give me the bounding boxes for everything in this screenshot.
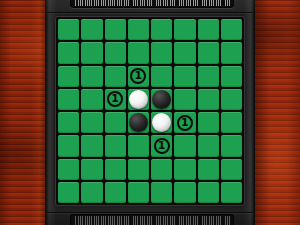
- cell-d6[interactable]: [128, 135, 149, 156]
- cell-f5[interactable]: 1: [174, 112, 195, 133]
- cell-h6[interactable]: [221, 135, 242, 156]
- cell-e6[interactable]: 1: [151, 135, 172, 156]
- cell-b7[interactable]: [81, 159, 102, 180]
- cell-b8[interactable]: [81, 182, 102, 203]
- cell-h5[interactable]: [221, 112, 242, 133]
- cell-c2[interactable]: [105, 42, 126, 63]
- wood-panel-left: [0, 0, 50, 225]
- cell-e7[interactable]: [151, 159, 172, 180]
- cell-d7[interactable]: [128, 159, 149, 180]
- cell-a3[interactable]: [58, 66, 79, 87]
- white-disc-d4: [129, 90, 148, 109]
- black-disc-e4: [152, 90, 171, 109]
- cell-c1[interactable]: [105, 19, 126, 40]
- cell-g6[interactable]: [198, 135, 219, 156]
- cell-g3[interactable]: [198, 66, 219, 87]
- cell-g7[interactable]: [198, 159, 219, 180]
- cell-a1[interactable]: [58, 19, 79, 40]
- cell-d3[interactable]: 1: [128, 66, 149, 87]
- cell-h3[interactable]: [221, 66, 242, 87]
- cell-h4[interactable]: [221, 89, 242, 110]
- board: 1111: [56, 17, 244, 205]
- cell-e3[interactable]: [151, 66, 172, 87]
- cell-c8[interactable]: [105, 182, 126, 203]
- cell-a7[interactable]: [58, 159, 79, 180]
- white-disc-e5: [152, 113, 171, 132]
- cell-c5[interactable]: [105, 112, 126, 133]
- cell-f7[interactable]: [174, 159, 195, 180]
- cell-a2[interactable]: [58, 42, 79, 63]
- cell-e2[interactable]: [151, 42, 172, 63]
- disc-tray-top: [70, 0, 234, 8]
- frame-seam-top: [47, 12, 253, 13]
- cell-h1[interactable]: [221, 19, 242, 40]
- cell-a6[interactable]: [58, 135, 79, 156]
- cell-d2[interactable]: [128, 42, 149, 63]
- cell-a8[interactable]: [58, 182, 79, 203]
- cell-f1[interactable]: [174, 19, 195, 40]
- cell-c6[interactable]: [105, 135, 126, 156]
- cell-f3[interactable]: [174, 66, 195, 87]
- cell-h2[interactable]: [221, 42, 242, 63]
- cell-g2[interactable]: [198, 42, 219, 63]
- cell-h7[interactable]: [221, 159, 242, 180]
- cell-e8[interactable]: [151, 182, 172, 203]
- cell-e5[interactable]: [151, 112, 172, 133]
- cell-g1[interactable]: [198, 19, 219, 40]
- cell-a5[interactable]: [58, 112, 79, 133]
- cell-f6[interactable]: [174, 135, 195, 156]
- black-disc-d5: [129, 113, 148, 132]
- cell-g4[interactable]: [198, 89, 219, 110]
- othello-game-screen: 1111: [0, 0, 300, 225]
- cell-a4[interactable]: [58, 89, 79, 110]
- legal-move-marker-c4[interactable]: 1: [107, 91, 123, 107]
- cell-d1[interactable]: [128, 19, 149, 40]
- legal-move-marker-d3[interactable]: 1: [130, 68, 146, 84]
- cell-g8[interactable]: [198, 182, 219, 203]
- cell-b5[interactable]: [81, 112, 102, 133]
- cell-b2[interactable]: [81, 42, 102, 63]
- cell-d5[interactable]: [128, 112, 149, 133]
- cell-f2[interactable]: [174, 42, 195, 63]
- wood-panel-right: [250, 0, 300, 225]
- cell-e1[interactable]: [151, 19, 172, 40]
- cell-g5[interactable]: [198, 112, 219, 133]
- cell-f4[interactable]: [174, 89, 195, 110]
- cell-c3[interactable]: [105, 66, 126, 87]
- cell-d8[interactable]: [128, 182, 149, 203]
- cell-c7[interactable]: [105, 159, 126, 180]
- legal-move-marker-e6[interactable]: 1: [154, 138, 170, 154]
- disc-tray-bottom: [70, 214, 234, 225]
- cell-b1[interactable]: [81, 19, 102, 40]
- cell-b3[interactable]: [81, 66, 102, 87]
- cell-d4[interactable]: [128, 89, 149, 110]
- frame-seam-bottom: [47, 212, 253, 213]
- disc-stack-ridges-top: [74, 0, 230, 6]
- cell-e4[interactable]: [151, 89, 172, 110]
- disc-stack-ridges-bottom: [74, 216, 230, 225]
- cell-h8[interactable]: [221, 182, 242, 203]
- legal-move-marker-f5[interactable]: 1: [177, 115, 193, 131]
- cell-c4[interactable]: 1: [105, 89, 126, 110]
- board-frame: 1111: [45, 0, 255, 225]
- cell-f8[interactable]: [174, 182, 195, 203]
- cell-b6[interactable]: [81, 135, 102, 156]
- cell-b4[interactable]: [81, 89, 102, 110]
